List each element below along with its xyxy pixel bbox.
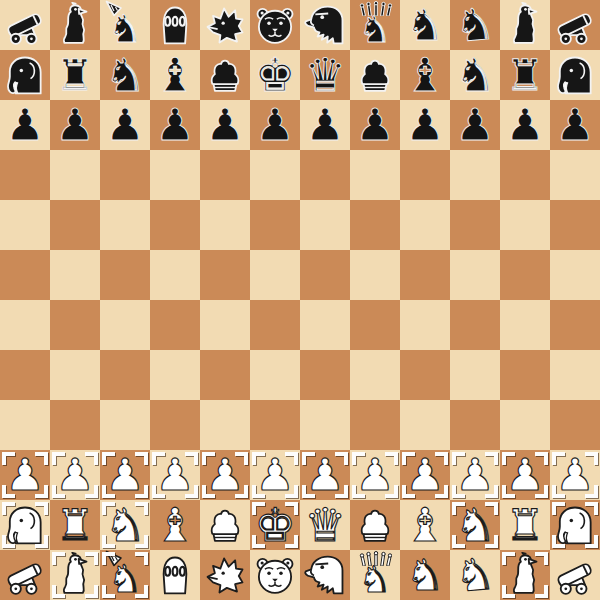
queen-glyph: ♛ [304, 500, 345, 550]
lion-icon [252, 2, 298, 48]
square-i8[interactable] [400, 200, 450, 250]
black-amazon-piece[interactable]: ♞ [350, 0, 400, 50]
white-pawn-piece[interactable]: ♟ [100, 450, 150, 500]
bishop-glyph: ♝ [404, 500, 445, 550]
black-unicorn-piece[interactable]: ♞ [100, 0, 150, 50]
eagle-icon [302, 2, 348, 48]
white-pawn-piece[interactable]: ♟ [50, 450, 100, 500]
square-i7[interactable] [400, 250, 450, 300]
knight-swept-glyph: ♞ [453, 0, 497, 50]
fortress-icon [152, 552, 198, 598]
white-elephant-piece[interactable] [550, 500, 600, 550]
rook-glyph: ♜ [506, 50, 545, 100]
square-a8[interactable] [0, 200, 50, 250]
square-f11[interactable]: ♚ [250, 50, 300, 100]
black-lion-piece[interactable] [250, 0, 300, 50]
square-h3[interactable]: ♟ [350, 450, 400, 500]
knight-glyph: ♞ [454, 500, 495, 550]
square-b7[interactable] [50, 250, 100, 300]
cannon-icon [2, 552, 48, 598]
square-l10[interactable]: ♟ [550, 100, 600, 150]
square-e12[interactable] [200, 0, 250, 50]
square-f7[interactable] [250, 250, 300, 300]
square-h1[interactable]: ♞ [350, 550, 400, 600]
white-lion-piece[interactable] [250, 550, 300, 600]
square-d12[interactable] [150, 0, 200, 50]
square-g1[interactable] [300, 550, 350, 600]
square-h11[interactable] [350, 50, 400, 100]
square-j7[interactable] [450, 250, 500, 300]
square-l8[interactable] [550, 200, 600, 250]
pawn-glyph: ♟ [105, 450, 144, 500]
square-k7[interactable] [500, 250, 550, 300]
knight-swept-glyph: ♞ [453, 550, 497, 600]
square-g10[interactable]: ♟ [300, 100, 350, 150]
square-b8[interactable] [50, 200, 100, 250]
black-pawn-piece[interactable]: ♟ [550, 100, 600, 150]
camel-icon [502, 2, 548, 48]
black-pawn-piece[interactable]: ♟ [150, 100, 200, 150]
square-a12[interactable] [0, 0, 50, 50]
white-bishop-piece[interactable]: ♝ [150, 500, 200, 550]
white-rook-piece[interactable]: ♜ [500, 500, 550, 550]
black-pawn-piece[interactable]: ♟ [450, 100, 500, 150]
square-k5[interactable] [500, 350, 550, 400]
square-a5[interactable] [0, 350, 50, 400]
pawn-glyph: ♟ [405, 100, 444, 150]
black-fortress-piece[interactable] [150, 0, 200, 50]
square-b4[interactable] [50, 400, 100, 450]
elephant-icon [2, 52, 48, 98]
bishop-glyph: ♝ [154, 50, 195, 100]
square-l12[interactable] [550, 0, 600, 50]
white-fortress-piece[interactable] [150, 550, 200, 600]
square-l1[interactable] [550, 550, 600, 600]
elephant-icon [2, 502, 48, 548]
square-e2[interactable] [200, 500, 250, 550]
square-i2[interactable]: ♝ [400, 500, 450, 550]
black-knight-pedestal-piece[interactable]: ♞ [400, 0, 450, 50]
square-i6[interactable] [400, 300, 450, 350]
black-cannon-piece[interactable] [0, 0, 50, 50]
square-l7[interactable] [550, 250, 600, 300]
square-h6[interactable] [350, 300, 400, 350]
knight-glyph: ♞ [454, 50, 495, 100]
white-elephant-piece[interactable] [0, 500, 50, 550]
square-i3[interactable]: ♟ [400, 450, 450, 500]
white-rook-piece[interactable]: ♜ [50, 500, 100, 550]
square-b2[interactable]: ♜ [50, 500, 100, 550]
square-d11[interactable]: ♝ [150, 50, 200, 100]
cannon-icon [552, 2, 598, 48]
square-g3[interactable]: ♟ [300, 450, 350, 500]
bishop-glyph: ♝ [404, 50, 445, 100]
square-f3[interactable]: ♟ [250, 450, 300, 500]
pawn-glyph: ♟ [455, 450, 494, 500]
square-c7[interactable] [100, 250, 150, 300]
square-k4[interactable] [500, 400, 550, 450]
elephant-icon [552, 52, 598, 98]
pawn-glyph: ♟ [505, 450, 544, 500]
square-c1[interactable]: ♞ [100, 550, 150, 600]
square-a2[interactable] [0, 500, 50, 550]
square-a7[interactable] [0, 250, 50, 300]
pawn-glyph: ♟ [255, 100, 294, 150]
lion-icon [252, 552, 298, 598]
white-knight-pedestal-piece[interactable]: ♞ [400, 550, 450, 600]
square-d1[interactable] [150, 550, 200, 600]
white-cannon-piece[interactable] [0, 550, 50, 600]
fortress-icon [152, 2, 198, 48]
square-c11[interactable]: ♞ [100, 50, 150, 100]
black-elephant-piece[interactable] [550, 50, 600, 100]
black-pawn-piece[interactable]: ♟ [400, 100, 450, 150]
square-k2[interactable]: ♜ [500, 500, 550, 550]
square-c2[interactable]: ♞ [100, 500, 150, 550]
square-j12[interactable]: ♞ [450, 0, 500, 50]
king-glyph: ♚ [254, 500, 295, 550]
square-j3[interactable]: ♟ [450, 450, 500, 500]
knight-glyph: ♞ [104, 50, 145, 100]
square-a10[interactable]: ♟ [0, 100, 50, 150]
pawn-glyph: ♟ [405, 450, 444, 500]
square-e10[interactable]: ♟ [200, 100, 250, 150]
eagle-icon [302, 552, 348, 598]
square-j1[interactable]: ♞ [450, 550, 500, 600]
cannon-icon [2, 2, 48, 48]
square-f8[interactable] [250, 200, 300, 250]
square-b10[interactable]: ♟ [50, 100, 100, 150]
square-g11[interactable]: ♛ [300, 50, 350, 100]
square-k12[interactable] [500, 0, 550, 50]
white-bishop-piece[interactable]: ♝ [400, 500, 450, 550]
pawn-glyph: ♟ [155, 450, 194, 500]
white-pawn-piece[interactable]: ♟ [0, 450, 50, 500]
pawn-glyph: ♟ [55, 100, 94, 150]
pawn-glyph: ♟ [355, 450, 394, 500]
bishop-glyph: ♝ [154, 500, 195, 550]
square-b11[interactable]: ♜ [50, 50, 100, 100]
pawn-glyph: ♟ [105, 100, 144, 150]
square-l9[interactable] [550, 150, 600, 200]
square-h2[interactable] [350, 500, 400, 550]
pawn-glyph: ♟ [555, 450, 594, 500]
rook-glyph: ♜ [56, 500, 95, 550]
square-b9[interactable] [50, 150, 100, 200]
black-king-piece[interactable]: ♚ [250, 50, 300, 100]
square-d6[interactable] [150, 300, 200, 350]
white-queen-piece[interactable]: ♛ [300, 500, 350, 550]
white-knight-piece[interactable]: ♞ [100, 500, 150, 550]
square-d4[interactable] [150, 400, 200, 450]
square-h10[interactable]: ♟ [350, 100, 400, 150]
square-k1[interactable] [500, 550, 550, 600]
black-cannon-piece[interactable] [550, 0, 600, 50]
square-e5[interactable] [200, 350, 250, 400]
square-g6[interactable] [300, 300, 350, 350]
square-g4[interactable] [300, 400, 350, 450]
black-dragon-piece[interactable] [200, 0, 250, 50]
camel-icon [52, 2, 98, 48]
square-d2[interactable]: ♝ [150, 500, 200, 550]
pawn-glyph: ♟ [55, 450, 94, 500]
square-g5[interactable] [300, 350, 350, 400]
pawn-glyph: ♟ [355, 100, 394, 150]
square-e4[interactable] [200, 400, 250, 450]
black-eagle-piece[interactable] [300, 0, 350, 50]
square-d8[interactable] [150, 200, 200, 250]
pawn-glyph: ♟ [205, 450, 244, 500]
square-f2[interactable]: ♚ [250, 500, 300, 550]
square-g7[interactable] [300, 250, 350, 300]
square-c9[interactable] [100, 150, 150, 200]
dragon-icon [202, 552, 248, 598]
white-pawn-piece[interactable]: ♟ [500, 450, 550, 500]
square-l5[interactable] [550, 350, 600, 400]
square-c3[interactable]: ♟ [100, 450, 150, 500]
pawn-glyph: ♟ [5, 450, 44, 500]
prince-icon [353, 53, 397, 97]
square-c6[interactable] [100, 300, 150, 350]
prince-icon [203, 53, 247, 97]
pawn-glyph: ♟ [305, 100, 344, 150]
white-pawn-piece[interactable]: ♟ [250, 450, 300, 500]
white-camel-piece[interactable] [50, 550, 100, 600]
pawn-glyph: ♟ [205, 100, 244, 150]
black-pawn-piece[interactable]: ♟ [50, 100, 100, 150]
black-pawn-piece[interactable]: ♟ [250, 100, 300, 150]
white-eagle-piece[interactable] [300, 550, 350, 600]
rook-glyph: ♜ [56, 50, 95, 100]
square-d9[interactable] [150, 150, 200, 200]
white-pawn-piece[interactable]: ♟ [300, 450, 350, 500]
square-f6[interactable] [250, 300, 300, 350]
rook-glyph: ♜ [506, 500, 545, 550]
black-knight-swept-piece[interactable]: ♞ [450, 0, 500, 50]
black-pawn-piece[interactable]: ♟ [0, 100, 50, 150]
square-b6[interactable] [50, 300, 100, 350]
square-l4[interactable] [550, 400, 600, 450]
square-c10[interactable]: ♟ [100, 100, 150, 150]
square-f1[interactable] [250, 550, 300, 600]
square-a6[interactable] [0, 300, 50, 350]
knight-pedestal-glyph: ♞ [406, 550, 445, 600]
knight-glyph: ♞ [104, 500, 145, 550]
white-cannon-piece[interactable] [550, 550, 600, 600]
black-elephant-piece[interactable] [0, 50, 50, 100]
square-j8[interactable] [450, 200, 500, 250]
white-prince-piece[interactable] [200, 500, 250, 550]
square-a3[interactable]: ♟ [0, 450, 50, 500]
pawn-glyph: ♟ [305, 450, 344, 500]
square-i11[interactable]: ♝ [400, 50, 450, 100]
black-pawn-piece[interactable]: ♟ [300, 100, 350, 150]
square-l3[interactable]: ♟ [550, 450, 600, 500]
square-e11[interactable] [200, 50, 250, 100]
square-g9[interactable] [300, 150, 350, 200]
square-k11[interactable]: ♜ [500, 50, 550, 100]
square-i12[interactable]: ♞ [400, 0, 450, 50]
square-d5[interactable] [150, 350, 200, 400]
white-camel-piece[interactable] [500, 550, 550, 600]
square-b1[interactable] [50, 550, 100, 600]
black-knight-piece[interactable]: ♞ [100, 50, 150, 100]
square-f10[interactable]: ♟ [250, 100, 300, 150]
square-h7[interactable] [350, 250, 400, 300]
square-c8[interactable] [100, 200, 150, 250]
cannon-icon [552, 552, 598, 598]
square-b3[interactable]: ♟ [50, 450, 100, 500]
square-j10[interactable]: ♟ [450, 100, 500, 150]
square-d3[interactable]: ♟ [150, 450, 200, 500]
pawn-glyph: ♟ [255, 450, 294, 500]
white-pawn-piece[interactable]: ♟ [400, 450, 450, 500]
king-glyph: ♚ [254, 50, 295, 100]
black-camel-piece[interactable] [50, 0, 100, 50]
square-j4[interactable] [450, 400, 500, 450]
black-prince-piece[interactable] [200, 50, 250, 100]
white-pawn-piece[interactable]: ♟ [550, 450, 600, 500]
square-g8[interactable] [300, 200, 350, 250]
square-l2[interactable] [550, 500, 600, 550]
white-prince-piece[interactable] [350, 500, 400, 550]
square-e7[interactable] [200, 250, 250, 300]
square-k6[interactable] [500, 300, 550, 350]
white-amazon-piece[interactable]: ♞ [350, 550, 400, 600]
black-rook-piece[interactable]: ♜ [50, 50, 100, 100]
white-pawn-piece[interactable]: ♟ [450, 450, 500, 500]
white-pawn-piece[interactable]: ♟ [350, 450, 400, 500]
chess-variant-board: ♞ ♞ ♞♞ ♜♞♝ ♚♛ [0, 0, 600, 600]
square-j5[interactable] [450, 350, 500, 400]
square-e1[interactable] [200, 550, 250, 600]
square-c4[interactable] [100, 400, 150, 450]
square-k10[interactable]: ♟ [500, 100, 550, 150]
prince-icon [353, 503, 397, 547]
black-pawn-piece[interactable]: ♟ [350, 100, 400, 150]
black-rook-piece[interactable]: ♜ [500, 50, 550, 100]
square-h8[interactable] [350, 200, 400, 250]
black-queen-piece[interactable]: ♛ [300, 50, 350, 100]
square-k8[interactable] [500, 200, 550, 250]
prince-icon [203, 503, 247, 547]
white-king-piece[interactable]: ♚ [250, 500, 300, 550]
square-i1[interactable]: ♞ [400, 550, 450, 600]
square-a4[interactable] [0, 400, 50, 450]
white-knight-piece[interactable]: ♞ [450, 500, 500, 550]
square-c5[interactable] [100, 350, 150, 400]
square-l6[interactable] [550, 300, 600, 350]
square-f9[interactable] [250, 150, 300, 200]
black-pawn-piece[interactable]: ♟ [100, 100, 150, 150]
black-pawn-piece[interactable]: ♟ [200, 100, 250, 150]
square-d7[interactable] [150, 250, 200, 300]
square-i5[interactable] [400, 350, 450, 400]
camel-icon [502, 552, 548, 598]
black-knight-piece[interactable]: ♞ [450, 50, 500, 100]
black-camel-piece[interactable] [500, 0, 550, 50]
square-h4[interactable] [350, 400, 400, 450]
square-l11[interactable] [550, 50, 600, 100]
square-j11[interactable]: ♞ [450, 50, 500, 100]
square-i4[interactable] [400, 400, 450, 450]
square-f4[interactable] [250, 400, 300, 450]
square-h9[interactable] [350, 150, 400, 200]
square-e6[interactable] [200, 300, 250, 350]
square-e9[interactable] [200, 150, 250, 200]
square-f5[interactable] [250, 350, 300, 400]
black-prince-piece[interactable] [350, 50, 400, 100]
white-knight-swept-piece[interactable]: ♞ [450, 550, 500, 600]
white-unicorn-piece[interactable]: ♞ [100, 550, 150, 600]
square-a9[interactable] [0, 150, 50, 200]
square-e3[interactable]: ♟ [200, 450, 250, 500]
camel-icon [52, 552, 98, 598]
white-dragon-piece[interactable] [200, 550, 250, 600]
pawn-glyph: ♟ [505, 100, 544, 150]
pawn-glyph: ♟ [155, 100, 194, 150]
square-g2[interactable]: ♛ [300, 500, 350, 550]
square-d10[interactable]: ♟ [150, 100, 200, 150]
knight-pedestal-glyph: ♞ [406, 0, 445, 50]
square-f12[interactable] [250, 0, 300, 50]
square-h12[interactable]: ♞ [350, 0, 400, 50]
square-c12[interactable]: ♞ [100, 0, 150, 50]
black-bishop-piece[interactable]: ♝ [150, 50, 200, 100]
pawn-glyph: ♟ [455, 100, 494, 150]
white-pawn-piece[interactable]: ♟ [150, 450, 200, 500]
pawn-glyph: ♟ [555, 100, 594, 150]
square-b12[interactable] [50, 0, 100, 50]
square-i10[interactable]: ♟ [400, 100, 450, 150]
white-pawn-piece[interactable]: ♟ [200, 450, 250, 500]
elephant-icon [552, 502, 598, 548]
square-j9[interactable] [450, 150, 500, 200]
square-a11[interactable] [0, 50, 50, 100]
square-h5[interactable] [350, 350, 400, 400]
dragon-icon [202, 2, 248, 48]
square-k9[interactable] [500, 150, 550, 200]
black-pawn-piece[interactable]: ♟ [500, 100, 550, 150]
square-j2[interactable]: ♞ [450, 500, 500, 550]
square-b5[interactable] [50, 350, 100, 400]
square-e8[interactable] [200, 200, 250, 250]
square-a1[interactable] [0, 550, 50, 600]
queen-glyph: ♛ [304, 50, 345, 100]
square-g12[interactable] [300, 0, 350, 50]
square-j6[interactable] [450, 300, 500, 350]
black-bishop-piece[interactable]: ♝ [400, 50, 450, 100]
pawn-glyph: ♟ [5, 100, 44, 150]
square-k3[interactable]: ♟ [500, 450, 550, 500]
square-i9[interactable] [400, 150, 450, 200]
